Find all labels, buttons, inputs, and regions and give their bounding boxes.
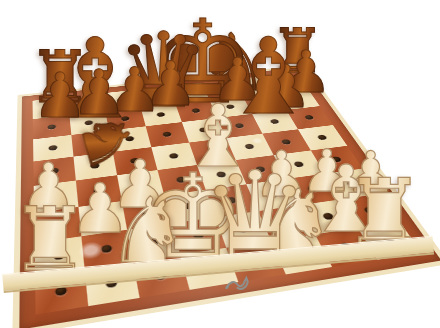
clasp-icon	[221, 274, 253, 294]
photo-scene: ♜♝♛♚♞♝♜♟♟♟♟♟♟♟♞♝♟♟♟♟♟♟♝♞♚♛♞♜♜	[0, 0, 440, 328]
